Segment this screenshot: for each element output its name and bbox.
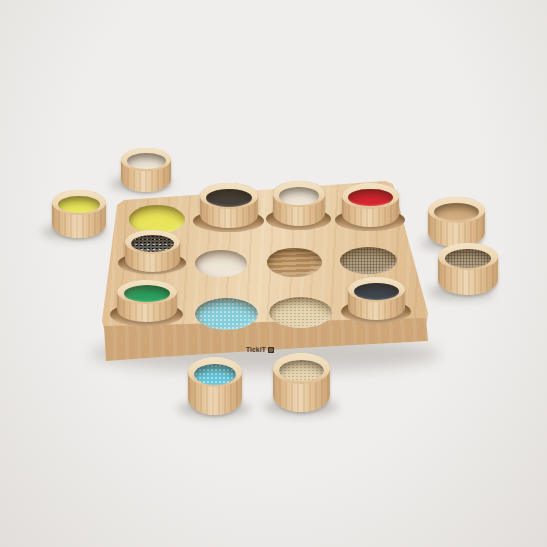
recess-white-fur[interactable] bbox=[195, 250, 247, 277]
brand-logo-text: TickiT bbox=[246, 346, 266, 353]
cup-dark-slate[interactable] bbox=[348, 277, 405, 320]
cup-contents-dark-slate bbox=[354, 283, 398, 300]
cup-green-smooth[interactable] bbox=[117, 280, 177, 322]
cup-contents-dark-grey-felt bbox=[206, 189, 251, 207]
cup-plain-wood-loose-right[interactable] bbox=[428, 197, 485, 247]
recess-ridged-wood[interactable] bbox=[267, 248, 322, 277]
photo-canvas: TickiT bbox=[0, 0, 547, 547]
cup-yellow-felt-loose-left[interactable] bbox=[52, 190, 106, 238]
cup-contents-natural-sand bbox=[279, 360, 323, 381]
cup-contents-yellow-felt bbox=[58, 196, 100, 213]
cup-natural-sand-loose-bottom[interactable] bbox=[273, 353, 330, 412]
cup-contents-blue-sand bbox=[194, 364, 236, 385]
cup-blue-sand-loose-bottom[interactable] bbox=[188, 357, 242, 415]
cup-red-felt[interactable] bbox=[342, 183, 399, 227]
cup-contents-plain-wood bbox=[434, 203, 478, 221]
cup-contents-white-fur bbox=[127, 153, 166, 169]
recess-hessian-weave[interactable] bbox=[340, 247, 397, 274]
recess-natural-sand[interactable] bbox=[269, 297, 332, 328]
cup-contents-red-felt bbox=[348, 189, 392, 207]
brand-logo: TickiT bbox=[246, 346, 274, 353]
cup-contents-white-fur bbox=[279, 187, 320, 205]
cup-contents-hessian-weave bbox=[445, 249, 492, 268]
recess-blue-sand[interactable] bbox=[195, 298, 258, 330]
cup-white-fur[interactable] bbox=[273, 181, 325, 226]
cup-dark-grey-felt[interactable] bbox=[200, 183, 258, 228]
cup-black-glitter[interactable] bbox=[125, 230, 180, 272]
brand-logo-icon bbox=[268, 347, 274, 353]
cup-white-fur-loose-top[interactable] bbox=[121, 148, 171, 192]
cup-hessian-loose-right[interactable] bbox=[438, 243, 498, 295]
